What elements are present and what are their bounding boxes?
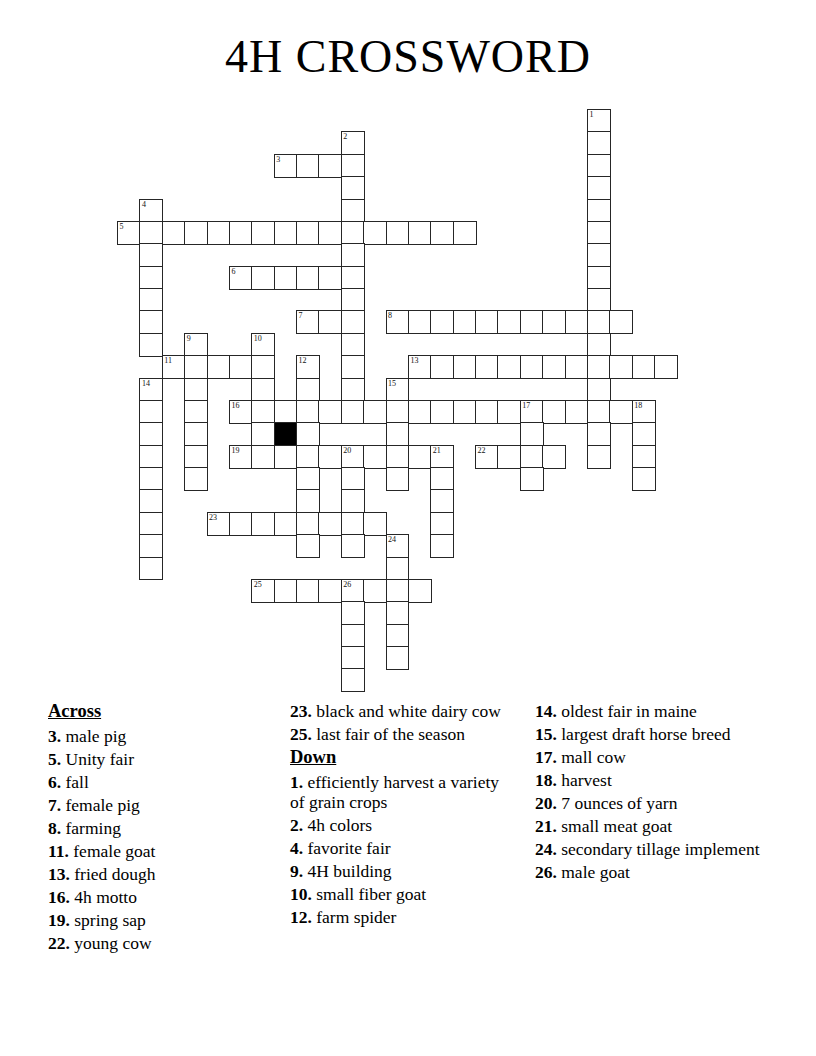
grid-cell-r23c12[interactable]: [386, 624, 410, 648]
cell-number-7: 7: [299, 311, 303, 320]
grid-cell-r6c21[interactable]: [587, 243, 611, 267]
grid-cell-r12c12[interactable]: 15: [386, 378, 410, 402]
grid-cell-r2c7[interactable]: 3: [274, 154, 298, 178]
clue-across-3: 3. male pig: [48, 726, 283, 747]
grid-cell-r4c1[interactable]: 4: [139, 199, 163, 223]
grid-cell-r12c3[interactable]: [184, 378, 208, 402]
clue-down-15: 15. largest draft horse breed: [535, 724, 760, 745]
grid-cell-r15c19[interactable]: [542, 445, 566, 469]
grid-cell-r11c20[interactable]: [565, 355, 589, 379]
grid-cell-r13c7[interactable]: [274, 400, 298, 424]
grid-cell-r14c3[interactable]: [184, 422, 208, 446]
cell-number-25: 25: [254, 580, 262, 589]
grid-cell-r0c21[interactable]: 1: [587, 109, 611, 133]
grid-cell-r13c5[interactable]: 16: [229, 400, 253, 424]
grid-cell-r6c10[interactable]: [341, 243, 365, 267]
grid-cell-r7c6[interactable]: [251, 266, 275, 290]
grid-cell-r14c12[interactable]: [386, 422, 410, 446]
grid-cell-r5c14[interactable]: [430, 221, 454, 245]
grid-cell-r13c19[interactable]: [542, 400, 566, 424]
cell-number-11: 11: [164, 356, 172, 365]
grid-cell-r10c6[interactable]: 10: [251, 333, 275, 357]
cell-number-15: 15: [388, 379, 396, 388]
grid-cell-r18c10[interactable]: [341, 512, 365, 536]
grid-cell-r5c12[interactable]: [386, 221, 410, 245]
grid-cell-r5c8[interactable]: [296, 221, 320, 245]
cell-number-4: 4: [142, 200, 146, 209]
clue-down-2: 2. 4h colors: [290, 815, 512, 836]
grid-cell-r10c21[interactable]: [587, 333, 611, 357]
grid-cell-r11c16[interactable]: [475, 355, 499, 379]
grid-cell-r15c23[interactable]: [632, 445, 656, 469]
clue-across-19: 19. spring sap: [48, 910, 283, 931]
grid-cell-r15c8[interactable]: [296, 445, 320, 469]
grid-cell-r12c10[interactable]: [341, 378, 365, 402]
grid-cell-r13c22[interactable]: [609, 400, 633, 424]
grid-cell-r17c8[interactable]: [296, 489, 320, 513]
grid-cell-r5c11[interactable]: [363, 221, 387, 245]
grid-cell-r9c13[interactable]: [408, 310, 432, 334]
grid-cell-r4c21[interactable]: [587, 199, 611, 223]
cell-number-26: 26: [343, 580, 351, 589]
grid-cell-r23c10[interactable]: [341, 624, 365, 648]
grid-cell-r9c12[interactable]: 8: [386, 310, 410, 334]
grid-cell-r9c14[interactable]: [430, 310, 454, 334]
grid-cell-r5c13[interactable]: [408, 221, 432, 245]
grid-cell-r7c8[interactable]: [296, 266, 320, 290]
cell-number-10: 10: [254, 334, 262, 343]
grid-cell-r17c14[interactable]: [430, 489, 454, 513]
grid-cell-r18c6[interactable]: [251, 512, 275, 536]
grid-cell-r11c4[interactable]: [207, 355, 231, 379]
grid-cell-r17c1[interactable]: [139, 489, 163, 513]
grid-cell-r11c17[interactable]: [497, 355, 521, 379]
grid-cell-r5c10[interactable]: [341, 221, 365, 245]
clue-across-7: 7. female pig: [48, 795, 283, 816]
clue-down-18: 18. harvest: [535, 770, 760, 791]
grid-cell-r10c10[interactable]: [341, 333, 365, 357]
grid-cell-r21c12[interactable]: [386, 579, 410, 603]
grid-cell-r5c9[interactable]: [318, 221, 342, 245]
grid-cell-r16c8[interactable]: [296, 467, 320, 491]
grid-cell-r5c3[interactable]: [184, 221, 208, 245]
grid-cell-r15c9[interactable]: [318, 445, 342, 469]
clue-down-26: 26. male goat: [535, 862, 760, 883]
grid-cell-r9c17[interactable]: [497, 310, 521, 334]
grid-cell-r15c1[interactable]: [139, 445, 163, 469]
grid-cell-r7c7[interactable]: [274, 266, 298, 290]
grid-cell-r21c10[interactable]: 26: [341, 579, 365, 603]
grid-cell-r11c8[interactable]: 12: [296, 355, 320, 379]
grid-cell-r16c14[interactable]: [430, 467, 454, 491]
puzzle-title: 4H CROSSWORD: [0, 30, 816, 83]
grid-cell-r11c22[interactable]: [609, 355, 633, 379]
grid-cell-r11c2[interactable]: 11: [162, 355, 186, 379]
grid-cell-r11c23[interactable]: [632, 355, 656, 379]
grid-cell-r9c8[interactable]: 7: [296, 310, 320, 334]
grid-cell-r5c7[interactable]: [274, 221, 298, 245]
grid-cell-r15c11[interactable]: [363, 445, 387, 469]
grid-cell-r24c10[interactable]: [341, 646, 365, 670]
grid-cell-r13c11[interactable]: [363, 400, 387, 424]
grid-cell-r15c7[interactable]: [274, 445, 298, 469]
clue-across-22: 22. young cow: [48, 933, 283, 954]
grid-cell-r11c19[interactable]: [542, 355, 566, 379]
cell-number-9: 9: [187, 334, 191, 343]
grid-cell-r11c13[interactable]: 13: [408, 355, 432, 379]
clue-across-13: 13. fried dough: [48, 864, 283, 885]
grid-cell-r7c5[interactable]: 6: [229, 266, 253, 290]
grid-cell-r15c12[interactable]: [386, 445, 410, 469]
cell-number-24: 24: [388, 535, 396, 544]
grid-cell-r11c18[interactable]: [520, 355, 544, 379]
grid-cell-r16c12[interactable]: [386, 467, 410, 491]
grid-cell-r16c23[interactable]: [632, 467, 656, 491]
grid-cell-r13c9[interactable]: [318, 400, 342, 424]
grid-cell-r12c8[interactable]: [296, 378, 320, 402]
grid-cell-r13c13[interactable]: [408, 400, 432, 424]
grid-cell-r19c10[interactable]: [341, 534, 365, 558]
grid-cell-r9c9[interactable]: [318, 310, 342, 334]
grid-cell-r13c10[interactable]: [341, 400, 365, 424]
grid-cell-r11c15[interactable]: [453, 355, 477, 379]
grid-cell-r15c3[interactable]: [184, 445, 208, 469]
grid-cell-r18c4[interactable]: 23: [207, 512, 231, 536]
grid-cell-r19c8[interactable]: [296, 534, 320, 558]
grid-cell-r21c11[interactable]: [363, 579, 387, 603]
grid-cell-r18c14[interactable]: [430, 512, 454, 536]
grid-cell-r13c8[interactable]: [296, 400, 320, 424]
grid-cell-r20c12[interactable]: [386, 557, 410, 581]
clue-across-6: 6. fall: [48, 772, 283, 793]
grid-cell-r21c7[interactable]: [274, 579, 298, 603]
clue-across-16: 16. 4h motto: [48, 887, 283, 908]
grid-cell-r2c21[interactable]: [587, 154, 611, 178]
grid-cell-r9c20[interactable]: [565, 310, 589, 334]
grid-cell-r22c12[interactable]: [386, 601, 410, 625]
grid-cell-r16c10[interactable]: [341, 467, 365, 491]
grid-cell-r21c6[interactable]: 25: [251, 579, 275, 603]
grid-cell-r11c5[interactable]: [229, 355, 253, 379]
grid-cell-r18c11[interactable]: [363, 512, 387, 536]
grid-cell-r20c1[interactable]: [139, 557, 163, 581]
cell-number-14: 14: [142, 379, 150, 388]
grid-cell-r9c10[interactable]: [341, 310, 365, 334]
grid-cell-r9c16[interactable]: [475, 310, 499, 334]
grid-cell-r7c9[interactable]: [318, 266, 342, 290]
grid-cell-r12c1[interactable]: 14: [139, 378, 163, 402]
grid-cell-r8c21[interactable]: [587, 288, 611, 312]
grid-cell-r3c21[interactable]: [587, 176, 611, 200]
cell-number-12: 12: [299, 356, 307, 365]
grid-cell-r21c9[interactable]: [318, 579, 342, 603]
grid-cell-r5c6[interactable]: [251, 221, 275, 245]
grid-cell-r7c21[interactable]: [587, 266, 611, 290]
grid-cell-r15c18[interactable]: [520, 445, 544, 469]
cell-number-19: 19: [231, 446, 239, 455]
grid-cell-r10c3[interactable]: 9: [184, 333, 208, 357]
grid-cell-r21c8[interactable]: [296, 579, 320, 603]
grid-cell-r5c2[interactable]: [162, 221, 186, 245]
grid-cell-r1c10[interactable]: 2: [341, 131, 365, 155]
clue-down-20: 20. 7 ounces of yarn: [535, 793, 760, 814]
grid-cell-r9c1[interactable]: [139, 310, 163, 334]
grid-cell-r11c14[interactable]: [430, 355, 454, 379]
crossword-grid: 1234567891011121314151617181920212223242…: [117, 109, 679, 693]
cell-number-21: 21: [433, 446, 441, 455]
cell-number-8: 8: [388, 311, 392, 320]
grid-cell-r10c1[interactable]: [139, 333, 163, 357]
grid-cell-r13c17[interactable]: [497, 400, 521, 424]
grid-cell-r18c8[interactable]: [296, 512, 320, 536]
grid-cell-r7c10[interactable]: [341, 266, 365, 290]
clue-across-23: 23. black and white dairy cow: [290, 701, 512, 722]
grid-cell-r15c14[interactable]: 21: [430, 445, 454, 469]
grid-cell-r18c1[interactable]: [139, 512, 163, 536]
grid-cell-r5c21[interactable]: [587, 221, 611, 245]
grid-cell-r16c18[interactable]: [520, 467, 544, 491]
grid-cell-r15c5[interactable]: 19: [229, 445, 253, 469]
grid-cell-r14c8[interactable]: [296, 422, 320, 446]
grid-cell-r5c15[interactable]: [453, 221, 477, 245]
grid-cell-r24c12[interactable]: [386, 646, 410, 670]
clue-down-24: 24. secondary tillage implement: [535, 839, 760, 860]
grid-cell-r5c0[interactable]: 5: [117, 221, 141, 245]
grid-cell-r1c21[interactable]: [587, 131, 611, 155]
clue-down-9: 9. 4H building: [290, 861, 512, 882]
grid-cell-r4c10[interactable]: [341, 199, 365, 223]
grid-cell-r13c14[interactable]: [430, 400, 454, 424]
grid-cell-r6c1[interactable]: [139, 243, 163, 267]
grid-cell-r9c19[interactable]: [542, 310, 566, 334]
clue-across-8: 8. farming: [48, 818, 283, 839]
cell-number-22: 22: [478, 446, 486, 455]
grid-cell-r16c3[interactable]: [184, 467, 208, 491]
grid-cell-r11c24[interactable]: [654, 355, 678, 379]
grid-cell-r15c6[interactable]: [251, 445, 275, 469]
grid-cell-r22c10[interactable]: [341, 601, 365, 625]
across-header: Across: [48, 701, 283, 722]
grid-cell-r17c10[interactable]: [341, 489, 365, 513]
grid-cell-r13c1[interactable]: [139, 400, 163, 424]
grid-cell-r15c10[interactable]: 20: [341, 445, 365, 469]
cell-number-3: 3: [276, 155, 280, 164]
cell-number-1: 1: [589, 110, 593, 119]
cell-number-16: 16: [231, 401, 239, 410]
grid-cell-r13c3[interactable]: [184, 400, 208, 424]
grid-cell-r18c5[interactable]: [229, 512, 253, 536]
clue-down-14: 14. oldest fair in maine: [535, 701, 760, 722]
grid-cell-r2c8[interactable]: [296, 154, 320, 178]
grid-cell-r13c21[interactable]: [587, 400, 611, 424]
grid-cell-r13c6[interactable]: [251, 400, 275, 424]
grid-cell-r8c1[interactable]: [139, 288, 163, 312]
clue-across-11: 11. female goat: [48, 841, 283, 862]
cell-number-23: 23: [209, 513, 217, 522]
grid-cell-r9c22[interactable]: [609, 310, 633, 334]
grid-cell-r25c10[interactable]: [341, 668, 365, 692]
grid-cell-r9c21[interactable]: [587, 310, 611, 334]
grid-cell-r14c6[interactable]: [251, 422, 275, 446]
grid-cell-r5c5[interactable]: [229, 221, 253, 245]
blocked-cell: [274, 422, 298, 446]
cell-number-5: 5: [120, 222, 124, 231]
down-header: Down: [290, 747, 512, 768]
grid-cell-r15c17[interactable]: [497, 445, 521, 469]
clue-down-1: 1. efficiently harvest a variety of grai…: [290, 772, 512, 813]
grid-cell-r14c21[interactable]: [587, 422, 611, 446]
cell-number-2: 2: [343, 132, 347, 141]
grid-cell-r13c16[interactable]: [475, 400, 499, 424]
grid-cell-r13c23[interactable]: 18: [632, 400, 656, 424]
grid-cell-r3c10[interactable]: [341, 176, 365, 200]
grid-cell-r21c13[interactable]: [408, 579, 432, 603]
clue-down-10: 10. small fiber goat: [290, 884, 512, 905]
cell-number-20: 20: [343, 446, 351, 455]
cell-number-17: 17: [522, 401, 530, 410]
cell-number-13: 13: [410, 356, 418, 365]
cell-number-6: 6: [231, 267, 235, 276]
grid-cell-r18c9[interactable]: [318, 512, 342, 536]
grid-cell-r8c10[interactable]: [341, 288, 365, 312]
clue-down-12: 12. farm spider: [290, 907, 512, 928]
clue-column-middle: 23. black and white dairy cow25. last fa…: [290, 701, 512, 930]
grid-cell-r14c23[interactable]: [632, 422, 656, 446]
grid-cell-r19c14[interactable]: [430, 534, 454, 558]
grid-cell-r15c21[interactable]: [587, 445, 611, 469]
cell-number-18: 18: [634, 401, 642, 410]
grid-cell-r5c1[interactable]: [139, 221, 163, 245]
grid-cell-r19c1[interactable]: [139, 534, 163, 558]
clue-across-25: 25. last fair of the season: [290, 724, 512, 745]
clue-across-5: 5. Unity fair: [48, 749, 283, 770]
grid-cell-r9c15[interactable]: [453, 310, 477, 334]
grid-cell-r11c3[interactable]: [184, 355, 208, 379]
clue-column-right: 14. oldest fair in maine15. largest draf…: [535, 701, 760, 885]
grid-cell-r16c1[interactable]: [139, 467, 163, 491]
grid-cell-r11c10[interactable]: [341, 355, 365, 379]
clue-down-21: 21. small meat goat: [535, 816, 760, 837]
grid-cell-r2c9[interactable]: [318, 154, 342, 178]
grid-cell-r11c21[interactable]: [587, 355, 611, 379]
grid-cell-r13c20[interactable]: [565, 400, 589, 424]
grid-cell-r12c6[interactable]: [251, 378, 275, 402]
grid-cell-r18c7[interactable]: [274, 512, 298, 536]
grid-cell-r15c16[interactable]: 22: [475, 445, 499, 469]
grid-cell-r7c1[interactable]: [139, 266, 163, 290]
clue-column-left: Across3. male pig5. Unity fair6. fall7. …: [48, 701, 283, 956]
grid-cell-r11c6[interactable]: [251, 355, 275, 379]
grid-cell-r13c18[interactable]: 17: [520, 400, 544, 424]
grid-cell-r15c13[interactable]: [408, 445, 432, 469]
grid-cell-r14c1[interactable]: [139, 422, 163, 446]
clue-down-17: 17. mall cow: [535, 747, 760, 768]
grid-cell-r12c21[interactable]: [587, 378, 611, 402]
grid-cell-r2c10[interactable]: [341, 154, 365, 178]
grid-cell-r19c12[interactable]: 24: [386, 534, 410, 558]
clue-down-4: 4. favorite fair: [290, 838, 512, 859]
grid-cell-r13c15[interactable]: [453, 400, 477, 424]
grid-cell-r5c4[interactable]: [207, 221, 231, 245]
grid-cell-r14c18[interactable]: [520, 422, 544, 446]
grid-cell-r13c12[interactable]: [386, 400, 410, 424]
page: 4H CROSSWORD 123456789101112131415161718…: [0, 0, 816, 1056]
grid-cell-r9c18[interactable]: [520, 310, 544, 334]
